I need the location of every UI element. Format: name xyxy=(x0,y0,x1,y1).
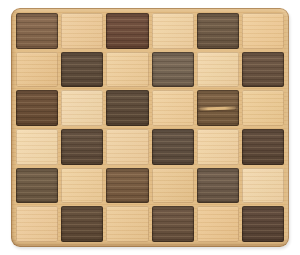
board-square xyxy=(106,90,148,126)
board-square xyxy=(197,13,239,49)
board-square xyxy=(242,13,284,49)
board-square xyxy=(152,52,194,88)
board-square xyxy=(242,52,284,88)
board-square xyxy=(242,90,284,126)
board-square xyxy=(106,52,148,88)
board-square xyxy=(16,206,58,242)
board-grid xyxy=(16,13,284,242)
wood-grain-streak xyxy=(199,106,236,110)
board-square xyxy=(242,206,284,242)
board-square xyxy=(61,168,103,204)
board-square xyxy=(197,168,239,204)
board-square xyxy=(106,168,148,204)
board-square xyxy=(152,129,194,165)
board-square xyxy=(106,13,148,49)
board-square xyxy=(61,90,103,126)
board-square xyxy=(106,129,148,165)
board-square xyxy=(152,13,194,49)
board-square xyxy=(16,52,58,88)
board-square xyxy=(197,90,239,126)
checkerboard xyxy=(11,8,289,247)
board-square xyxy=(61,206,103,242)
board-square xyxy=(152,168,194,204)
board-square xyxy=(242,129,284,165)
board-square xyxy=(61,129,103,165)
board-square xyxy=(106,206,148,242)
board-square xyxy=(16,168,58,204)
board-square xyxy=(16,13,58,49)
board-photo xyxy=(0,0,300,255)
board-square xyxy=(197,129,239,165)
board-square xyxy=(197,206,239,242)
board-square xyxy=(16,129,58,165)
board-square xyxy=(152,90,194,126)
board-square xyxy=(61,52,103,88)
board-square xyxy=(16,90,58,126)
board-square xyxy=(197,52,239,88)
board-square xyxy=(242,168,284,204)
board-square xyxy=(152,206,194,242)
board-square xyxy=(61,13,103,49)
